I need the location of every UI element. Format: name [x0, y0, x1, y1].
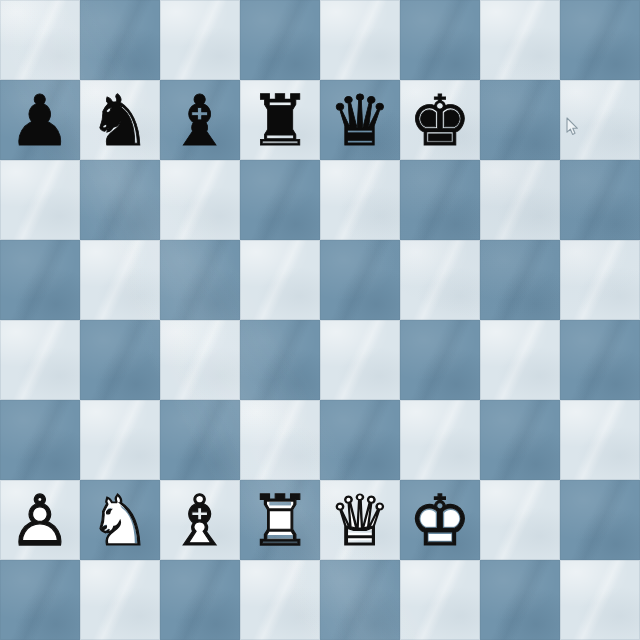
square-d5[interactable] [240, 240, 320, 320]
square-b8[interactable] [80, 0, 160, 80]
square-g2[interactable] [480, 480, 560, 560]
square-d3[interactable] [240, 400, 320, 480]
square-g1[interactable] [480, 560, 560, 640]
square-c6[interactable] [160, 160, 240, 240]
square-c3[interactable] [160, 400, 240, 480]
square-h5[interactable] [560, 240, 640, 320]
piece-outline-layer: ♗ [169, 486, 232, 556]
black-queen[interactable]: ♛ [320, 80, 400, 160]
square-d2[interactable]: ♜♖ [240, 480, 320, 560]
square-f2[interactable]: ♚♔ [400, 480, 480, 560]
square-d6[interactable] [240, 160, 320, 240]
square-a2[interactable]: ♟♙ [0, 480, 80, 560]
square-b3[interactable] [80, 400, 160, 480]
square-g6[interactable] [480, 160, 560, 240]
square-f1[interactable] [400, 560, 480, 640]
square-c1[interactable] [160, 560, 240, 640]
square-f5[interactable] [400, 240, 480, 320]
square-b7[interactable]: ♞ [80, 80, 160, 160]
square-g7[interactable] [480, 80, 560, 160]
square-g8[interactable] [480, 0, 560, 80]
square-f7[interactable]: ♚ [400, 80, 480, 160]
square-f6[interactable] [400, 160, 480, 240]
white-bishop[interactable]: ♝♗ [160, 480, 240, 560]
square-e8[interactable] [320, 0, 400, 80]
black-bishop[interactable]: ♝ [160, 80, 240, 160]
piece-glyph: ♚ [409, 86, 472, 156]
white-rook[interactable]: ♜♖ [240, 480, 320, 560]
square-b4[interactable] [80, 320, 160, 400]
square-d1[interactable] [240, 560, 320, 640]
piece-outline-layer: ♙ [9, 486, 72, 556]
square-h8[interactable] [560, 0, 640, 80]
square-f3[interactable] [400, 400, 480, 480]
square-b2[interactable]: ♞♘ [80, 480, 160, 560]
square-d8[interactable] [240, 0, 320, 80]
piece-outline-layer: ♖ [249, 486, 312, 556]
piece-outline-layer: ♘ [89, 486, 152, 556]
square-c4[interactable] [160, 320, 240, 400]
chess-board: ♟♞♝♜♛♚♟♙♞♘♝♗♜♖♛♕♚♔ [0, 0, 640, 640]
square-c2[interactable]: ♝♗ [160, 480, 240, 560]
square-e7[interactable]: ♛ [320, 80, 400, 160]
square-f8[interactable] [400, 0, 480, 80]
white-king[interactable]: ♚♔ [400, 480, 480, 560]
piece-outline-layer: ♔ [409, 486, 472, 556]
square-e1[interactable] [320, 560, 400, 640]
square-e2[interactable]: ♛♕ [320, 480, 400, 560]
square-h2[interactable] [560, 480, 640, 560]
square-a7[interactable]: ♟ [0, 80, 80, 160]
piece-glyph: ♞ [89, 86, 152, 156]
piece-glyph: ♟ [9, 86, 72, 156]
piece-glyph: ♛ [329, 86, 392, 156]
square-g3[interactable] [480, 400, 560, 480]
square-a6[interactable] [0, 160, 80, 240]
square-h4[interactable] [560, 320, 640, 400]
black-king[interactable]: ♚ [400, 80, 480, 160]
square-c7[interactable]: ♝ [160, 80, 240, 160]
square-c8[interactable] [160, 0, 240, 80]
square-d4[interactable] [240, 320, 320, 400]
square-f4[interactable] [400, 320, 480, 400]
square-a5[interactable] [0, 240, 80, 320]
square-c5[interactable] [160, 240, 240, 320]
square-a4[interactable] [0, 320, 80, 400]
black-pawn[interactable]: ♟ [0, 80, 80, 160]
black-knight[interactable]: ♞ [80, 80, 160, 160]
white-knight[interactable]: ♞♘ [80, 480, 160, 560]
square-e5[interactable] [320, 240, 400, 320]
square-e6[interactable] [320, 160, 400, 240]
square-a1[interactable] [0, 560, 80, 640]
square-g5[interactable] [480, 240, 560, 320]
square-d7[interactable]: ♜ [240, 80, 320, 160]
white-pawn[interactable]: ♟♙ [0, 480, 80, 560]
piece-outline-layer: ♕ [329, 486, 392, 556]
black-rook[interactable]: ♜ [240, 80, 320, 160]
square-b1[interactable] [80, 560, 160, 640]
square-b6[interactable] [80, 160, 160, 240]
square-e3[interactable] [320, 400, 400, 480]
piece-glyph: ♜ [249, 86, 312, 156]
piece-glyph: ♝ [169, 86, 232, 156]
square-a3[interactable] [0, 400, 80, 480]
square-h6[interactable] [560, 160, 640, 240]
square-b5[interactable] [80, 240, 160, 320]
square-e4[interactable] [320, 320, 400, 400]
square-h7[interactable] [560, 80, 640, 160]
square-a8[interactable] [0, 0, 80, 80]
white-queen[interactable]: ♛♕ [320, 480, 400, 560]
square-h1[interactable] [560, 560, 640, 640]
square-h3[interactable] [560, 400, 640, 480]
square-g4[interactable] [480, 320, 560, 400]
